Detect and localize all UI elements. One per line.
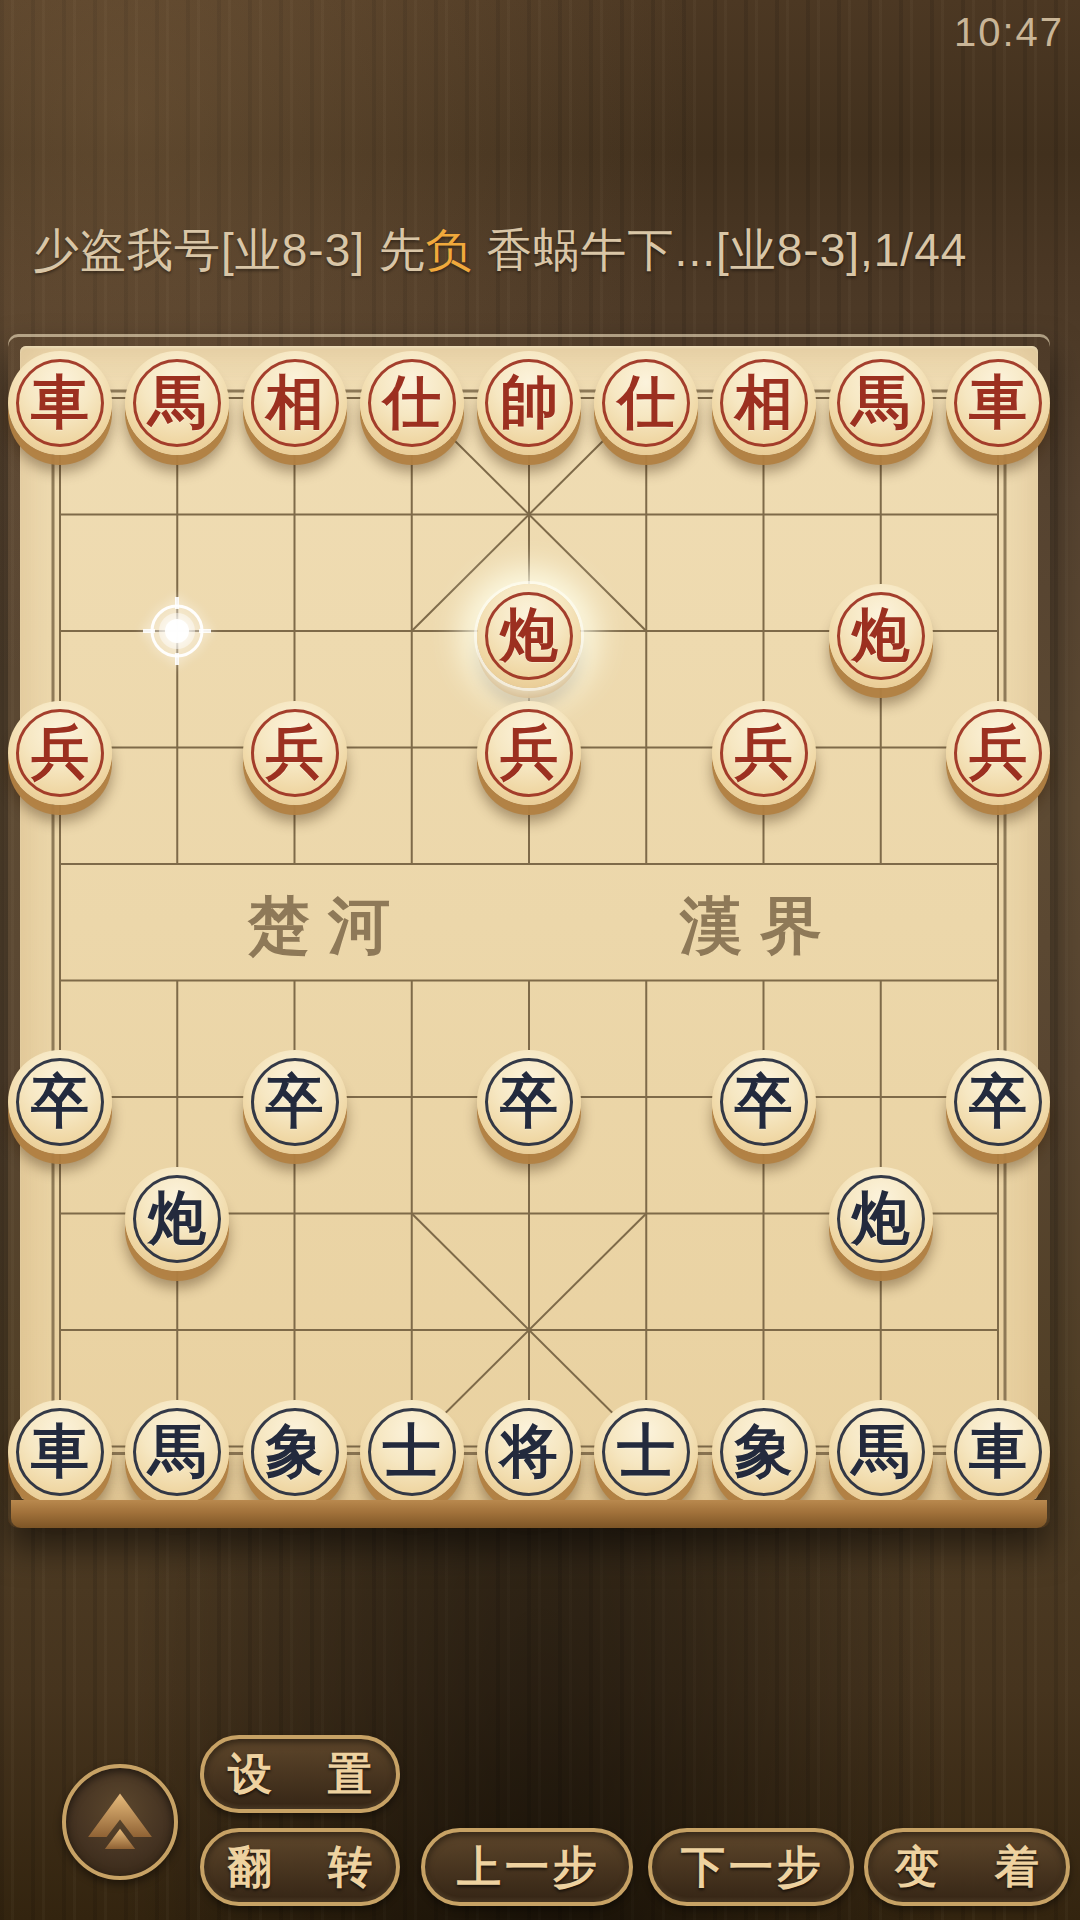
piece-glyph: 車: [946, 351, 1050, 455]
title-players-left: 少盗我号[业8-3] 先: [33, 224, 426, 276]
piece-glyph: 士: [360, 1400, 464, 1504]
piece-black-soldier[interactable]: 卒: [712, 1050, 816, 1154]
double-chevron-up-icon: [78, 1780, 162, 1864]
piece-glyph: 相: [712, 351, 816, 455]
piece-glyph: 士: [594, 1400, 698, 1504]
next-move-button[interactable]: 下一步: [648, 1828, 854, 1906]
piece-glyph: 仕: [360, 351, 464, 455]
piece-glyph: 炮: [829, 1167, 933, 1271]
game-title: 少盗我号[业8-3] 先负 香蜗牛下...[业8-3],1/44: [33, 220, 967, 282]
piece-red-soldier[interactable]: 兵: [477, 701, 581, 805]
piece-glyph: 車: [8, 351, 112, 455]
piece-red-chariot[interactable]: 車: [8, 351, 112, 455]
piece-red-horse[interactable]: 馬: [829, 351, 933, 455]
piece-black-cannon[interactable]: 炮: [829, 1167, 933, 1271]
piece-red-chariot[interactable]: 車: [946, 351, 1050, 455]
piece-glyph: 馬: [829, 1400, 933, 1504]
piece-black-cannon[interactable]: 炮: [125, 1167, 229, 1271]
piece-black-soldier[interactable]: 卒: [946, 1050, 1050, 1154]
piece-red-soldier[interactable]: 兵: [712, 701, 816, 805]
piece-black-soldier[interactable]: 卒: [477, 1050, 581, 1154]
piece-glyph: 卒: [946, 1050, 1050, 1154]
piece-glyph: 炮: [477, 584, 581, 688]
piece-black-chariot[interactable]: 車: [8, 1400, 112, 1504]
piece-black-advisor[interactable]: 士: [360, 1400, 464, 1504]
piece-glyph: 卒: [8, 1050, 112, 1154]
river-label-right: 漢界: [600, 884, 920, 968]
previous-move-button[interactable]: 上一步: [421, 1828, 633, 1906]
piece-glyph: 将: [477, 1400, 581, 1504]
piece-red-advisor[interactable]: 仕: [594, 351, 698, 455]
collapse-button[interactable]: [62, 1764, 178, 1880]
piece-glyph: 兵: [8, 701, 112, 805]
piece-glyph: 炮: [829, 584, 933, 688]
piece-black-horse[interactable]: 馬: [125, 1400, 229, 1504]
piece-black-soldier[interactable]: 卒: [243, 1050, 347, 1154]
piece-glyph: 兵: [243, 701, 347, 805]
piece-black-horse[interactable]: 馬: [829, 1400, 933, 1504]
xiangqi-board[interactable]: 楚河 漢界 車馬相仕帥仕相馬車炮炮兵兵兵兵兵卒卒卒卒卒炮炮車馬象士将士象馬車: [8, 334, 1050, 1528]
piece-glyph: 炮: [125, 1167, 229, 1271]
flip-board-button[interactable]: 翻 转: [200, 1828, 400, 1906]
piece-glyph: 象: [712, 1400, 816, 1504]
piece-glyph: 車: [946, 1400, 1050, 1504]
piece-black-elephant[interactable]: 象: [712, 1400, 816, 1504]
piece-red-elephant[interactable]: 相: [243, 351, 347, 455]
app-screen: 10:47 少盗我号[业8-3] 先负 香蜗牛下...[业8-3],1/44 楚…: [0, 0, 1080, 1920]
piece-red-elephant[interactable]: 相: [712, 351, 816, 455]
river-label-left: 楚河: [168, 884, 488, 968]
variation-button[interactable]: 变 着: [864, 1828, 1070, 1906]
piece-glyph: 兵: [946, 701, 1050, 805]
piece-glyph: 馬: [125, 1400, 229, 1504]
piece-glyph: 馬: [125, 351, 229, 455]
piece-glyph: 象: [243, 1400, 347, 1504]
piece-red-horse[interactable]: 馬: [125, 351, 229, 455]
title-result: 负: [426, 224, 473, 276]
settings-button[interactable]: 设 置: [200, 1735, 400, 1813]
piece-glyph: 卒: [712, 1050, 816, 1154]
piece-red-soldier[interactable]: 兵: [8, 701, 112, 805]
piece-red-cannon[interactable]: 炮: [829, 584, 933, 688]
piece-red-soldier[interactable]: 兵: [946, 701, 1050, 805]
piece-glyph: 卒: [243, 1050, 347, 1154]
title-players-right: 香蜗牛下...[业8-3],1/44: [473, 224, 967, 276]
piece-red-general[interactable]: 帥: [477, 351, 581, 455]
piece-black-chariot[interactable]: 車: [946, 1400, 1050, 1504]
piece-black-elephant[interactable]: 象: [243, 1400, 347, 1504]
piece-glyph: 兵: [477, 701, 581, 805]
piece-red-cannon[interactable]: 炮: [477, 584, 581, 688]
piece-red-soldier[interactable]: 兵: [243, 701, 347, 805]
piece-black-general[interactable]: 将: [477, 1400, 581, 1504]
piece-glyph: 相: [243, 351, 347, 455]
piece-black-advisor[interactable]: 士: [594, 1400, 698, 1504]
piece-red-advisor[interactable]: 仕: [360, 351, 464, 455]
piece-glyph: 兵: [712, 701, 816, 805]
piece-glyph: 帥: [477, 351, 581, 455]
piece-glyph: 車: [8, 1400, 112, 1504]
piece-glyph: 馬: [829, 351, 933, 455]
piece-black-soldier[interactable]: 卒: [8, 1050, 112, 1154]
move-source-indicator: [141, 595, 213, 667]
status-bar-time: 10:47: [954, 10, 1064, 55]
piece-glyph: 仕: [594, 351, 698, 455]
piece-glyph: 卒: [477, 1050, 581, 1154]
